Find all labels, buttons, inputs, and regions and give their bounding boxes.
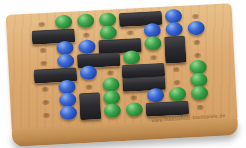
product-photo: www.massivholz-brettspiele.de (0, 0, 246, 148)
black-block[interactable] (79, 92, 101, 120)
black-block[interactable] (164, 36, 186, 64)
board-grid (31, 10, 211, 122)
board-top-surface: www.massivholz-brettspiele.de (6, 3, 238, 131)
game-board: www.massivholz-brettspiele.de (6, 3, 239, 147)
